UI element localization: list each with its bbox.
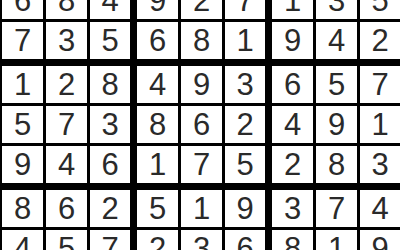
sudoku-cell[interactable]: 2 [137, 230, 178, 250]
sudoku-cell[interactable]: 7 [316, 190, 357, 227]
sudoku-cell[interactable]: 4 [90, 0, 130, 19]
sudoku-cell[interactable]: 5 [46, 230, 87, 250]
sudoku-cell[interactable]: 7 [2, 22, 43, 59]
sudoku-cell[interactable]: 9 [316, 106, 357, 143]
sudoku-cell[interactable]: 7 [46, 106, 87, 143]
sudoku-cell[interactable]: 6 [46, 190, 87, 227]
sudoku-cell[interactable]: 6 [137, 22, 178, 59]
sudoku-cell[interactable]: 2 [90, 190, 130, 227]
sudoku-cell[interactable]: 5 [316, 66, 357, 103]
sudoku-cell[interactable]: 7 [225, 0, 265, 19]
sudoku-cell[interactable]: 3 [360, 146, 400, 183]
sudoku-cell[interactable]: 4 [137, 66, 178, 103]
sudoku-cell[interactable]: 4 [46, 146, 87, 183]
sudoku-cell[interactable]: 5 [137, 190, 178, 227]
sudoku-cell[interactable]: 5 [225, 146, 265, 183]
sudoku-cell[interactable]: 7 [181, 146, 222, 183]
sudoku-cell[interactable]: 3 [316, 0, 357, 19]
sudoku-cell[interactable]: 7 [360, 66, 400, 103]
sudoku-cell[interactable]: 8 [90, 66, 130, 103]
sudoku-cell[interactable]: 1 [2, 66, 43, 103]
sudoku-grid: 6849271357356819421284936575738624919461… [0, 0, 400, 250]
sudoku-cell[interactable]: 2 [181, 0, 222, 19]
sudoku-cell[interactable]: 6 [181, 106, 222, 143]
sudoku-cell[interactable]: 6 [2, 0, 43, 19]
sudoku-cell[interactable]: 1 [137, 146, 178, 183]
sudoku-cell[interactable]: 3 [181, 230, 222, 250]
sudoku-cell[interactable]: 4 [2, 230, 43, 250]
sudoku-cell[interactable]: 4 [272, 106, 313, 143]
sudoku-cell[interactable]: 1 [272, 0, 313, 19]
sudoku-cell[interactable]: 8 [316, 146, 357, 183]
sudoku-cell[interactable]: 3 [90, 106, 130, 143]
sudoku-cell[interactable]: 8 [272, 230, 313, 250]
sudoku-cell[interactable]: 9 [225, 190, 265, 227]
sudoku-cell[interactable]: 7 [90, 230, 130, 250]
sudoku-cell[interactable]: 8 [2, 190, 43, 227]
sudoku-cell[interactable]: 3 [272, 190, 313, 227]
sudoku-cell[interactable]: 4 [316, 22, 357, 59]
sudoku-cell[interactable]: 8 [46, 0, 87, 19]
sudoku-board: 6849271357356819421284936575738624919461… [0, 0, 400, 250]
sudoku-cell[interactable]: 2 [225, 106, 265, 143]
sudoku-cell[interactable]: 6 [225, 230, 265, 250]
sudoku-cell[interactable]: 5 [360, 0, 400, 19]
sudoku-cell[interactable]: 4 [360, 190, 400, 227]
sudoku-cell[interactable]: 5 [2, 106, 43, 143]
sudoku-cell[interactable]: 2 [360, 22, 400, 59]
sudoku-cell[interactable]: 1 [225, 22, 265, 59]
sudoku-cell[interactable]: 6 [272, 66, 313, 103]
sudoku-cell[interactable]: 2 [46, 66, 87, 103]
sudoku-cell[interactable]: 3 [225, 66, 265, 103]
sudoku-cell[interactable]: 6 [90, 146, 130, 183]
sudoku-cell[interactable]: 9 [360, 230, 400, 250]
sudoku-cell[interactable]: 2 [272, 146, 313, 183]
sudoku-cell[interactable]: 1 [360, 106, 400, 143]
sudoku-cell[interactable]: 9 [2, 146, 43, 183]
sudoku-cell[interactable]: 8 [137, 106, 178, 143]
sudoku-cell[interactable]: 8 [181, 22, 222, 59]
sudoku-cell[interactable]: 1 [316, 230, 357, 250]
sudoku-cell[interactable]: 9 [181, 66, 222, 103]
sudoku-cell[interactable]: 5 [90, 22, 130, 59]
sudoku-cell[interactable]: 1 [181, 190, 222, 227]
sudoku-cell[interactable]: 3 [46, 22, 87, 59]
sudoku-cell[interactable]: 9 [272, 22, 313, 59]
sudoku-cell[interactable]: 9 [137, 0, 178, 19]
